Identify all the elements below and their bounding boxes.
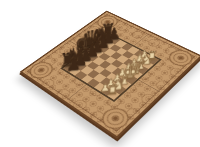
product-photo: ♜♟♟♜♞♟♟♞♝♟♟♝♛♟♟♛♚♟♟♚♝♟♟♝♞♟♟♞♜♟♟♜ <box>0 0 200 147</box>
board-scene: ♜♟♟♜♞♟♟♞♝♟♟♝♛♟♟♛♚♟♟♚♝♟♟♝♞♟♟♞♜♟♟♜ <box>0 0 200 147</box>
carved-border: ♜♟♟♜♞♟♟♞♝♟♟♝♛♟♟♛♚♟♟♚♝♟♟♝♞♟♟♞♜♟♟♜ <box>19 11 200 139</box>
chess-board: ♜♟♟♜♞♟♟♞♝♟♟♝♛♟♟♛♚♟♟♚♝♟♟♝♞♟♟♞♜♟♟♜ <box>19 11 200 139</box>
